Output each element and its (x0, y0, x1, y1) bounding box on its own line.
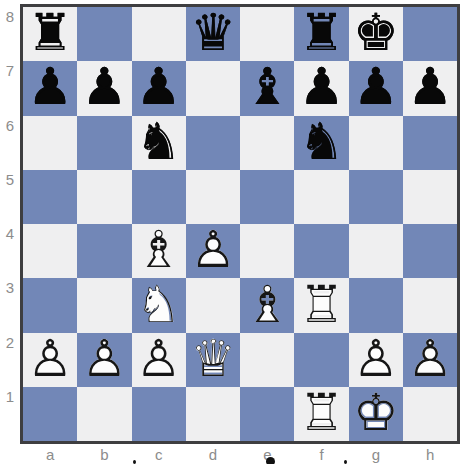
square-g5[interactable] (349, 170, 403, 224)
white-pawn[interactable]: ♟♙ (23, 333, 77, 387)
square-h1[interactable] (403, 387, 457, 441)
square-d7[interactable] (186, 61, 240, 115)
white-queen-outline: ♕ (190, 333, 236, 384)
white-king[interactable]: ♚♔ (349, 387, 403, 441)
black-pawn[interactable]: ♟♙ (77, 61, 131, 115)
rank-labels: 87654321 (0, 7, 20, 441)
square-f5[interactable] (294, 170, 348, 224)
square-c2[interactable]: ♟♙ (132, 333, 186, 387)
square-b2[interactable]: ♟♙ (77, 333, 131, 387)
white-pawn-outline: ♙ (27, 333, 73, 384)
square-g1[interactable]: ♚♔ (349, 387, 403, 441)
black-king-outline: ♔ (353, 8, 399, 59)
cropped-content-artifact (266, 457, 275, 464)
square-g8[interactable]: ♚♔ (349, 7, 403, 61)
square-a1[interactable] (23, 387, 77, 441)
rank-label-2: 2 (0, 333, 20, 387)
white-rook-outline: ♖ (299, 388, 345, 439)
square-e1[interactable] (240, 387, 294, 441)
black-pawn-outline: ♙ (136, 62, 182, 113)
white-pawn[interactable]: ♟♙ (132, 333, 186, 387)
black-pawn[interactable]: ♟♙ (132, 61, 186, 115)
square-b6[interactable] (77, 116, 131, 170)
square-f4[interactable] (294, 224, 348, 278)
rank-label-6: 6 (0, 116, 20, 170)
black-queen-outline: ♕ (190, 8, 236, 59)
square-e3[interactable]: ♝♗ (240, 278, 294, 332)
rank-label-4: 4 (0, 224, 20, 278)
white-queen[interactable]: ♛♕ (186, 333, 240, 387)
white-king-outline: ♔ (353, 388, 399, 439)
file-label-a: a (23, 446, 77, 463)
square-b7[interactable]: ♟♙ (77, 61, 131, 115)
square-f6[interactable]: ♞♘ (294, 116, 348, 170)
white-rook-outline: ♖ (299, 279, 345, 330)
white-bishop-outline: ♗ (244, 279, 290, 330)
square-a2[interactable]: ♟♙ (23, 333, 77, 387)
file-label-g: g (349, 446, 403, 463)
square-h7[interactable]: ♟♙ (403, 61, 457, 115)
black-rook[interactable]: ♜♖ (294, 7, 348, 61)
black-pawn[interactable]: ♟♙ (403, 61, 457, 115)
square-h4[interactable] (403, 224, 457, 278)
white-pawn-outline: ♙ (407, 333, 453, 384)
rank-label-1: 1 (0, 387, 20, 441)
square-e2[interactable] (240, 333, 294, 387)
square-a3[interactable] (23, 278, 77, 332)
black-pawn-outline: ♙ (27, 62, 73, 113)
square-b4[interactable] (77, 224, 131, 278)
black-pawn-outline: ♙ (82, 62, 128, 113)
square-c6[interactable]: ♞♘ (132, 116, 186, 170)
black-queen[interactable]: ♛♕ (186, 7, 240, 61)
square-e5[interactable] (240, 170, 294, 224)
square-c4[interactable]: ♝♗ (132, 224, 186, 278)
square-a6[interactable] (23, 116, 77, 170)
square-b5[interactable] (77, 170, 131, 224)
square-f1[interactable]: ♜♖ (294, 387, 348, 441)
file-label-b: b (77, 446, 131, 463)
file-label-c: c (132, 446, 186, 463)
chess-board: ♜♖♛♕♜♖♚♔♟♙♟♙♟♙♝♗♟♙♟♙♟♙♞♘♞♘♝♗♟♙♞♘♝♗♜♖♟♙♟♙… (20, 4, 460, 444)
rank-label-5: 5 (0, 170, 20, 224)
rank-label-7: 7 (0, 61, 20, 115)
black-knight[interactable]: ♞♘ (294, 116, 348, 170)
square-b3[interactable] (77, 278, 131, 332)
file-labels: abcdefgh (23, 446, 457, 463)
rank-label-8: 8 (0, 7, 20, 61)
file-label-h: h (403, 446, 457, 463)
white-pawn[interactable]: ♟♙ (77, 333, 131, 387)
square-g3[interactable] (349, 278, 403, 332)
square-a5[interactable] (23, 170, 77, 224)
white-knight[interactable]: ♞♘ (132, 278, 186, 332)
white-pawn-outline: ♙ (353, 333, 399, 384)
square-e8[interactable] (240, 7, 294, 61)
square-e4[interactable] (240, 224, 294, 278)
black-knight-outline: ♘ (136, 116, 182, 167)
rank-label-3: 3 (0, 278, 20, 332)
square-b1[interactable] (77, 387, 131, 441)
file-label-d: d (186, 446, 240, 463)
black-bishop-outline: ♗ (244, 62, 290, 113)
square-c5[interactable] (132, 170, 186, 224)
white-pawn[interactable]: ♟♙ (403, 333, 457, 387)
black-pawn[interactable]: ♟♙ (294, 61, 348, 115)
white-rook[interactable]: ♜♖ (294, 387, 348, 441)
square-f8[interactable]: ♜♖ (294, 7, 348, 61)
square-h3[interactable] (403, 278, 457, 332)
file-label-f: f (294, 446, 348, 463)
square-b8[interactable] (77, 7, 131, 61)
square-g2[interactable]: ♟♙ (349, 333, 403, 387)
white-pawn-outline: ♙ (136, 333, 182, 384)
square-c3[interactable]: ♞♘ (132, 278, 186, 332)
square-e7[interactable]: ♝♗ (240, 61, 294, 115)
square-e6[interactable] (240, 116, 294, 170)
black-pawn-outline: ♙ (407, 62, 453, 113)
square-d1[interactable] (186, 387, 240, 441)
chess-diagram: 87654321 ♜♖♛♕♜♖♚♔♟♙♟♙♟♙♝♗♟♙♟♙♟♙♞♘♞♘♝♗♟♙♞… (0, 0, 465, 464)
white-knight-outline: ♘ (136, 279, 182, 330)
square-d3[interactable] (186, 278, 240, 332)
square-d8[interactable]: ♛♕ (186, 7, 240, 61)
square-c1[interactable] (132, 387, 186, 441)
white-pawn-outline: ♙ (82, 333, 128, 384)
square-d5[interactable] (186, 170, 240, 224)
square-h6[interactable] (403, 116, 457, 170)
black-pawn-outline: ♙ (353, 62, 399, 113)
black-knight-outline: ♘ (299, 116, 345, 167)
square-g4[interactable] (349, 224, 403, 278)
white-pawn-outline: ♙ (190, 225, 236, 276)
black-king[interactable]: ♚♔ (349, 7, 403, 61)
square-g7[interactable]: ♟♙ (349, 61, 403, 115)
square-h2[interactable]: ♟♙ (403, 333, 457, 387)
square-f3[interactable]: ♜♖ (294, 278, 348, 332)
square-f2[interactable] (294, 333, 348, 387)
black-rook-outline: ♖ (299, 8, 345, 59)
black-rook-outline: ♖ (27, 8, 73, 59)
square-h8[interactable] (403, 7, 457, 61)
square-f7[interactable]: ♟♙ (294, 61, 348, 115)
black-knight[interactable]: ♞♘ (132, 116, 186, 170)
square-g6[interactable] (349, 116, 403, 170)
white-rook[interactable]: ♜♖ (294, 278, 348, 332)
cropped-content-artifact (133, 460, 136, 464)
white-pawn[interactable]: ♟♙ (186, 224, 240, 278)
square-a7[interactable]: ♟♙ (23, 61, 77, 115)
black-rook[interactable]: ♜♖ (23, 7, 77, 61)
black-bishop[interactable]: ♝♗ (240, 61, 294, 115)
black-pawn[interactable]: ♟♙ (23, 61, 77, 115)
cropped-content-artifact (344, 460, 347, 464)
white-bishop[interactable]: ♝♗ (132, 224, 186, 278)
white-bishop-outline: ♗ (136, 225, 182, 276)
square-c7[interactable]: ♟♙ (132, 61, 186, 115)
square-h5[interactable] (403, 170, 457, 224)
white-bishop[interactable]: ♝♗ (240, 278, 294, 332)
black-pawn[interactable]: ♟♙ (349, 61, 403, 115)
square-d6[interactable] (186, 116, 240, 170)
white-pawn[interactable]: ♟♙ (349, 333, 403, 387)
black-pawn-outline: ♙ (299, 62, 345, 113)
square-c8[interactable] (132, 7, 186, 61)
square-a8[interactable]: ♜♖ (23, 7, 77, 61)
square-a4[interactable] (23, 224, 77, 278)
square-d2[interactable]: ♛♕ (186, 333, 240, 387)
square-d4[interactable]: ♟♙ (186, 224, 240, 278)
